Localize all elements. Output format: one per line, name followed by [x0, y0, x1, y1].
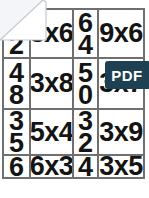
flashcard-problem-cell: 3x9 [99, 110, 145, 156]
problem-text: 3x8 [31, 70, 73, 97]
problem-text: 5x4 [31, 119, 73, 146]
pdf-badge: PDF [105, 61, 149, 89]
answer-digit: 2 [78, 132, 93, 154]
flashcard-answer-cell: 3 5 [4, 110, 31, 156]
flashcard-problem-cell: 9x6 [99, 10, 145, 59]
flashcard-answer-cell: 4 8 [4, 59, 31, 110]
flashcard-answer-cell: 3 2 [74, 110, 99, 156]
flashcard-answer-cell: 4 [74, 156, 99, 179]
flashcard-problem-cell: 3x5 [99, 156, 145, 179]
answer-digit: 0 [78, 84, 93, 106]
flashcard-problem-cell: 6x3 [31, 156, 74, 179]
flashcard-problem-cell: 5x4 [31, 110, 74, 156]
answer-digit: 4 [78, 156, 93, 178]
pdf-badge-label: PDF [111, 67, 143, 84]
problem-text: 9x6 [99, 20, 143, 47]
flashcard-problem-cell: 3x8 [31, 59, 74, 110]
answer-digit: 6 [9, 156, 24, 178]
flashcard-answer-cell: 6 4 [74, 10, 99, 59]
answer-digit: 8 [9, 84, 24, 106]
answer-digit: 4 [78, 34, 93, 56]
flashcard-answer-cell: 6 [4, 156, 31, 179]
flashcard-answer-cell: 5 0 [74, 59, 99, 110]
problem-text: 3x9 [99, 119, 143, 146]
answer-digit: 5 [9, 132, 24, 154]
problem-text: 6x3 [31, 156, 73, 179]
problem-text: 3x5 [99, 156, 143, 179]
document-page-thumbnail: 2 3x6 6 4 9x6 4 8 3x8 5 0 3x7 3 5 [0, 0, 149, 198]
page-fold-corner-icon [0, 0, 48, 44]
